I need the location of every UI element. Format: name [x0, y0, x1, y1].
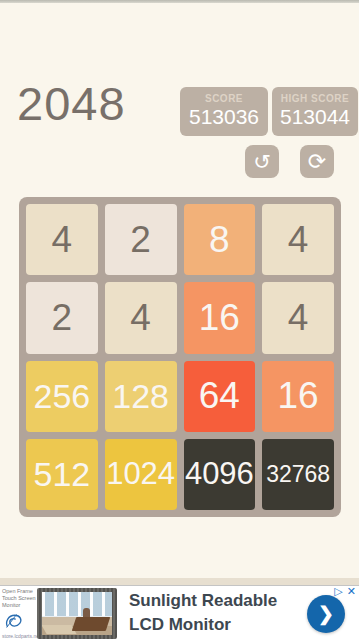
undo-icon: ↺	[253, 150, 271, 174]
board[interactable]: 42842416425612864165121024409632768	[19, 197, 341, 517]
tile-r3c1: 256	[26, 361, 98, 432]
tile-r2c2: 4	[105, 282, 177, 353]
high-score-box: HIGH SCORE 513044	[272, 87, 358, 136]
tile-r3c3: 64	[184, 361, 256, 432]
adchoices-icon[interactable]: ▷	[334, 586, 342, 597]
high-score-value: 513044	[272, 105, 358, 129]
tile-r1c3: 8	[184, 204, 256, 275]
tile-r4c3: 4096	[184, 439, 256, 510]
restart-button[interactable]: ⟳	[300, 145, 334, 178]
score-box: SCORE 513036	[180, 87, 268, 136]
tile-r2c1: 2	[26, 282, 98, 353]
ad-side-text: Open Frame Touch Screen Monitor	[2, 588, 36, 609]
advertiser-logo	[4, 612, 24, 630]
ad-side-url: store.lcdparts.net	[2, 633, 36, 639]
chevron-right-icon: ❯	[318, 603, 334, 624]
app-screen: 2048 SCORE 513036 HIGH SCORE 513044 ↺ ⟳ …	[0, 0, 359, 640]
tile-r1c4: 4	[262, 204, 334, 275]
ad-cta-button[interactable]: ❯	[307, 595, 345, 633]
ad-close-icon[interactable]: ✕	[347, 586, 356, 597]
tile-r4c4: 32768	[262, 439, 334, 510]
tile-r1c2: 2	[105, 204, 177, 275]
tile-r2c4: 4	[262, 282, 334, 353]
high-score-label: HIGH SCORE	[272, 93, 358, 104]
restart-icon: ⟳	[308, 149, 326, 174]
tile-r4c2: 1024	[105, 439, 177, 510]
status-bar-edge	[0, 0, 359, 3]
office-window-graphic	[42, 592, 112, 617]
ad-side-column: Open Frame Touch Screen Monitor store.lc…	[0, 586, 37, 640]
ad-top-strip	[0, 578, 359, 585]
score-value: 513036	[180, 105, 268, 129]
tile-r2c3: 16	[184, 282, 256, 353]
undo-button[interactable]: ↺	[245, 145, 279, 178]
ad-corner-icons: ▷ ✕	[334, 586, 356, 597]
ad-product-image	[37, 588, 117, 639]
tile-r4c1: 512	[26, 439, 98, 510]
office-desk-graphic	[72, 617, 111, 631]
score-label: SCORE	[180, 93, 268, 104]
ad-banner[interactable]: Open Frame Touch Screen Monitor store.lc…	[0, 585, 359, 640]
tile-r3c2: 128	[105, 361, 177, 432]
tile-r1c1: 4	[26, 204, 98, 275]
tile-r3c4: 16	[262, 361, 334, 432]
page-title: 2048	[17, 76, 126, 131]
